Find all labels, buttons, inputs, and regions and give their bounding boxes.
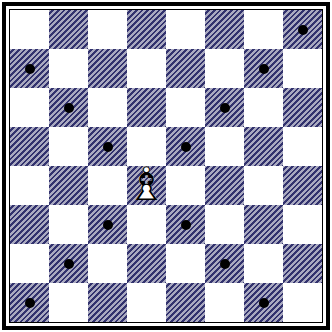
move-target-dot-g7 — [259, 64, 269, 74]
square-a3[interactable] — [10, 205, 49, 244]
square-h3[interactable] — [283, 205, 322, 244]
chess-board: ♝♗ — [10, 10, 322, 322]
move-target-dot-a1 — [25, 298, 35, 308]
square-c4[interactable] — [88, 166, 127, 205]
board-outer-frame: ♝♗ — [2, 2, 330, 330]
square-e1[interactable] — [166, 283, 205, 322]
square-h8[interactable] — [283, 10, 322, 49]
move-target-dot-b6 — [64, 103, 74, 113]
square-a5[interactable] — [10, 127, 49, 166]
square-c5[interactable] — [88, 127, 127, 166]
square-e6[interactable] — [166, 88, 205, 127]
square-h5[interactable] — [283, 127, 322, 166]
square-e8[interactable] — [166, 10, 205, 49]
square-a6[interactable] — [10, 88, 49, 127]
square-d3[interactable] — [127, 205, 166, 244]
move-target-dot-f2 — [220, 259, 230, 269]
move-target-dot-c3 — [103, 220, 113, 230]
square-g3[interactable] — [244, 205, 283, 244]
square-f8[interactable] — [205, 10, 244, 49]
move-target-dot-f6 — [220, 103, 230, 113]
square-f6[interactable] — [205, 88, 244, 127]
square-h6[interactable] — [283, 88, 322, 127]
square-b3[interactable] — [49, 205, 88, 244]
move-target-dot-e3 — [181, 220, 191, 230]
square-f1[interactable] — [205, 283, 244, 322]
square-e3[interactable] — [166, 205, 205, 244]
square-c1[interactable] — [88, 283, 127, 322]
square-g2[interactable] — [244, 244, 283, 283]
square-g6[interactable] — [244, 88, 283, 127]
square-a1[interactable] — [10, 283, 49, 322]
square-d1[interactable] — [127, 283, 166, 322]
square-b4[interactable] — [49, 166, 88, 205]
white-bishop[interactable]: ♗ — [126, 161, 167, 207]
square-f3[interactable] — [205, 205, 244, 244]
move-target-dot-g1 — [259, 298, 269, 308]
square-d2[interactable] — [127, 244, 166, 283]
move-target-dot-b2 — [64, 259, 74, 269]
square-c7[interactable] — [88, 49, 127, 88]
square-d7[interactable] — [127, 49, 166, 88]
move-target-dot-e5 — [181, 142, 191, 152]
square-a8[interactable] — [10, 10, 49, 49]
square-b1[interactable] — [49, 283, 88, 322]
square-g5[interactable] — [244, 127, 283, 166]
square-h7[interactable] — [283, 49, 322, 88]
square-d4[interactable]: ♝♗ — [127, 166, 166, 205]
chess-diagram: ♝♗ — [0, 0, 332, 332]
square-d8[interactable] — [127, 10, 166, 49]
board-inner-border: ♝♗ — [9, 9, 323, 323]
square-b8[interactable] — [49, 10, 88, 49]
square-e2[interactable] — [166, 244, 205, 283]
square-b6[interactable] — [49, 88, 88, 127]
square-h4[interactable] — [283, 166, 322, 205]
square-a2[interactable] — [10, 244, 49, 283]
square-b2[interactable] — [49, 244, 88, 283]
square-c8[interactable] — [88, 10, 127, 49]
square-c3[interactable] — [88, 205, 127, 244]
square-h1[interactable] — [283, 283, 322, 322]
square-d6[interactable] — [127, 88, 166, 127]
square-f5[interactable] — [205, 127, 244, 166]
square-c6[interactable] — [88, 88, 127, 127]
move-target-dot-h8 — [298, 25, 308, 35]
square-e7[interactable] — [166, 49, 205, 88]
move-target-dot-a7 — [25, 64, 35, 74]
square-f2[interactable] — [205, 244, 244, 283]
square-a4[interactable] — [10, 166, 49, 205]
square-h2[interactable] — [283, 244, 322, 283]
square-b5[interactable] — [49, 127, 88, 166]
square-g4[interactable] — [244, 166, 283, 205]
square-b7[interactable] — [49, 49, 88, 88]
move-target-dot-c5 — [103, 142, 113, 152]
square-f4[interactable] — [205, 166, 244, 205]
square-a7[interactable] — [10, 49, 49, 88]
square-e4[interactable] — [166, 166, 205, 205]
square-f7[interactable] — [205, 49, 244, 88]
square-c2[interactable] — [88, 244, 127, 283]
square-g1[interactable] — [244, 283, 283, 322]
square-g7[interactable] — [244, 49, 283, 88]
square-e5[interactable] — [166, 127, 205, 166]
square-g8[interactable] — [244, 10, 283, 49]
